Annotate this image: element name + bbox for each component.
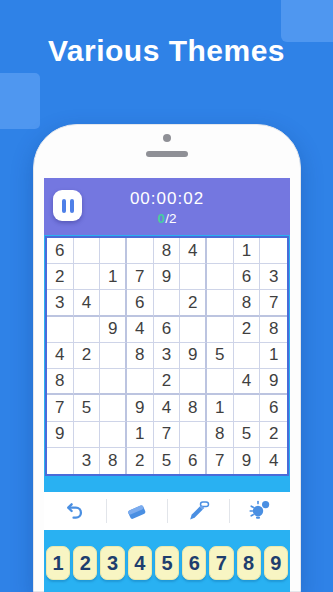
pencil-icon [186,499,210,523]
sudoku-cell[interactable]: 3 [260,264,287,290]
sudoku-cell[interactable]: 8 [154,238,181,264]
eraser-icon [125,500,148,523]
sudoku-cell[interactable] [234,395,261,421]
sudoku-cell[interactable]: 4 [127,317,154,343]
sudoku-cell[interactable] [100,395,127,421]
sudoku-cell[interactable]: 3 [74,448,101,474]
sudoku-cell[interactable]: 2 [154,369,181,395]
sudoku-cell[interactable] [207,317,234,343]
sudoku-cell[interactable]: 1 [207,395,234,421]
mistake-count-current: 0 [158,211,166,226]
sudoku-cell[interactable]: 7 [127,264,154,290]
mistake-counter: 0/2 [44,211,290,226]
sudoku-cell[interactable] [74,317,101,343]
sudoku-cell[interactable]: 4 [234,369,261,395]
hint-icon [247,499,271,523]
sudoku-cell[interactable]: 6 [234,264,261,290]
sudoku-cell[interactable]: 2 [127,448,154,474]
page: Various Themes 00:00:02 0/2 684121796334… [0,0,333,592]
sudoku-grid: 6841217963346287946284283951824975948169… [45,236,289,476]
sudoku-cell[interactable]: 1 [260,343,287,369]
sudoku-cell[interactable]: 4 [260,448,287,474]
sudoku-cell[interactable] [154,290,181,316]
sudoku-cell[interactable]: 9 [180,343,207,369]
sudoku-cell[interactable]: 8 [100,448,127,474]
pencil-button[interactable] [167,492,229,530]
sudoku-cell[interactable]: 5 [207,343,234,369]
sudoku-cell[interactable] [100,369,127,395]
hint-button[interactable] [229,492,291,530]
sudoku-cell[interactable] [100,422,127,448]
sudoku-cell[interactable]: 2 [74,343,101,369]
sudoku-cell[interactable] [74,369,101,395]
sudoku-cell[interactable]: 1 [234,238,261,264]
sudoku-cell[interactable]: 8 [260,317,287,343]
numpad-key-4[interactable]: 4 [128,546,152,580]
sudoku-cell[interactable]: 8 [234,290,261,316]
sudoku-cell[interactable] [127,369,154,395]
sudoku-cell[interactable]: 7 [154,422,181,448]
sudoku-cell[interactable] [180,317,207,343]
sudoku-cell[interactable] [207,290,234,316]
sudoku-cell[interactable]: 9 [260,369,287,395]
sudoku-cell[interactable] [127,238,154,264]
sudoku-cell[interactable]: 4 [47,343,74,369]
sudoku-cell[interactable] [207,264,234,290]
sudoku-cell[interactable]: 6 [154,317,181,343]
sudoku-cell[interactable]: 8 [47,369,74,395]
numpad-key-3[interactable]: 3 [100,546,124,580]
numpad-key-9[interactable]: 9 [264,546,288,580]
sudoku-cell[interactable]: 8 [207,422,234,448]
sudoku-cell[interactable]: 1 [100,264,127,290]
sudoku-cell[interactable]: 2 [180,290,207,316]
sudoku-cell[interactable]: 4 [180,238,207,264]
sudoku-cell[interactable] [207,369,234,395]
numpad-key-2[interactable]: 2 [73,546,97,580]
sudoku-cell[interactable] [180,422,207,448]
sudoku-cell[interactable] [47,317,74,343]
numpad-key-6[interactable]: 6 [182,546,206,580]
numpad-key-7[interactable]: 7 [209,546,233,580]
sudoku-cell[interactable] [74,422,101,448]
sudoku-cell[interactable]: 4 [74,290,101,316]
sudoku-cell[interactable]: 5 [74,395,101,421]
speaker-slot-icon [146,151,188,157]
sudoku-cell[interactable]: 7 [260,290,287,316]
toolbar [44,492,290,530]
sudoku-cell[interactable] [47,448,74,474]
sudoku-cell[interactable]: 7 [47,395,74,421]
sudoku-cell[interactable]: 2 [47,264,74,290]
decorative-square-left [0,73,40,129]
phone-mockup: 00:00:02 0/2 684121796334628794628428395… [33,124,301,592]
sudoku-cell[interactable]: 6 [127,290,154,316]
sudoku-cell[interactable]: 2 [234,317,261,343]
sudoku-cell[interactable]: 9 [234,448,261,474]
sudoku-cell[interactable] [100,238,127,264]
sudoku-cell[interactable]: 9 [100,317,127,343]
sudoku-cell[interactable] [100,290,127,316]
sudoku-cell[interactable]: 9 [47,422,74,448]
sudoku-cell[interactable] [260,238,287,264]
sudoku-cell[interactable]: 4 [154,395,181,421]
page-title: Various Themes [0,34,333,68]
sudoku-cell[interactable]: 6 [260,395,287,421]
camera-dot-icon [163,134,171,142]
eraser-button[interactable] [106,492,168,530]
numpad-key-8[interactable]: 8 [237,546,261,580]
game-header: 00:00:02 0/2 [44,178,290,235]
sudoku-cell[interactable]: 5 [234,422,261,448]
sudoku-cell[interactable] [207,238,234,264]
numpad-key-5[interactable]: 5 [155,546,179,580]
sudoku-cell[interactable]: 6 [180,448,207,474]
timer: 00:00:02 [44,189,290,209]
sudoku-cell[interactable]: 3 [47,290,74,316]
app-screen: 00:00:02 0/2 684121796334628794628428395… [44,178,290,592]
sudoku-cell[interactable]: 1 [127,422,154,448]
sudoku-cell[interactable]: 2 [260,422,287,448]
undo-button[interactable] [44,492,106,530]
sudoku-cell[interactable] [180,369,207,395]
numpad-key-1[interactable]: 1 [46,546,70,580]
sudoku-cell[interactable] [74,264,101,290]
sudoku-cell[interactable] [234,343,261,369]
sudoku-cell[interactable]: 8 [127,343,154,369]
sudoku-cell[interactable]: 6 [47,238,74,264]
sudoku-cell[interactable]: 5 [154,448,181,474]
sudoku-cell[interactable] [180,264,207,290]
sudoku-cell[interactable] [100,343,127,369]
sudoku-cell[interactable]: 3 [154,343,181,369]
undo-icon [63,500,86,523]
mistake-count-total: /2 [165,211,176,226]
sudoku-cell[interactable]: 8 [180,395,207,421]
sudoku-cell[interactable]: 7 [207,448,234,474]
sudoku-cell[interactable] [74,238,101,264]
number-pad: 123456789 [46,546,288,580]
sudoku-cell[interactable]: 9 [127,395,154,421]
sudoku-cell[interactable]: 9 [154,264,181,290]
